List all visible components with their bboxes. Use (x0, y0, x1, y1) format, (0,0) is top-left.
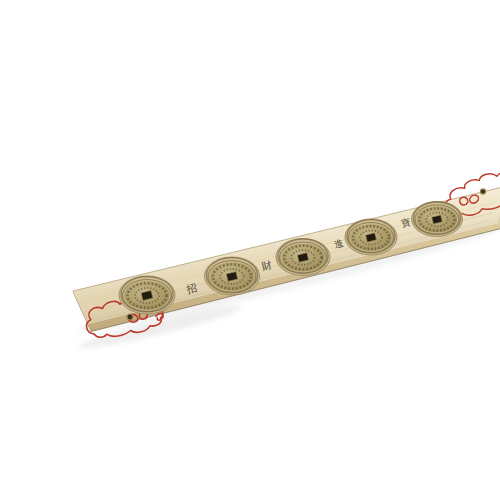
hanging-hole-left (126, 313, 133, 320)
scene-canvas: 招 財 進 寶 (40, 16, 500, 500)
product-photo: 招 財 進 寶 (40, 16, 500, 500)
coin-2 (205, 257, 260, 295)
coin-4 (345, 219, 397, 255)
coin-3 (276, 239, 330, 276)
coin-1 (119, 276, 175, 314)
hanging-hole-right (480, 188, 486, 194)
coin-5 (412, 202, 463, 237)
